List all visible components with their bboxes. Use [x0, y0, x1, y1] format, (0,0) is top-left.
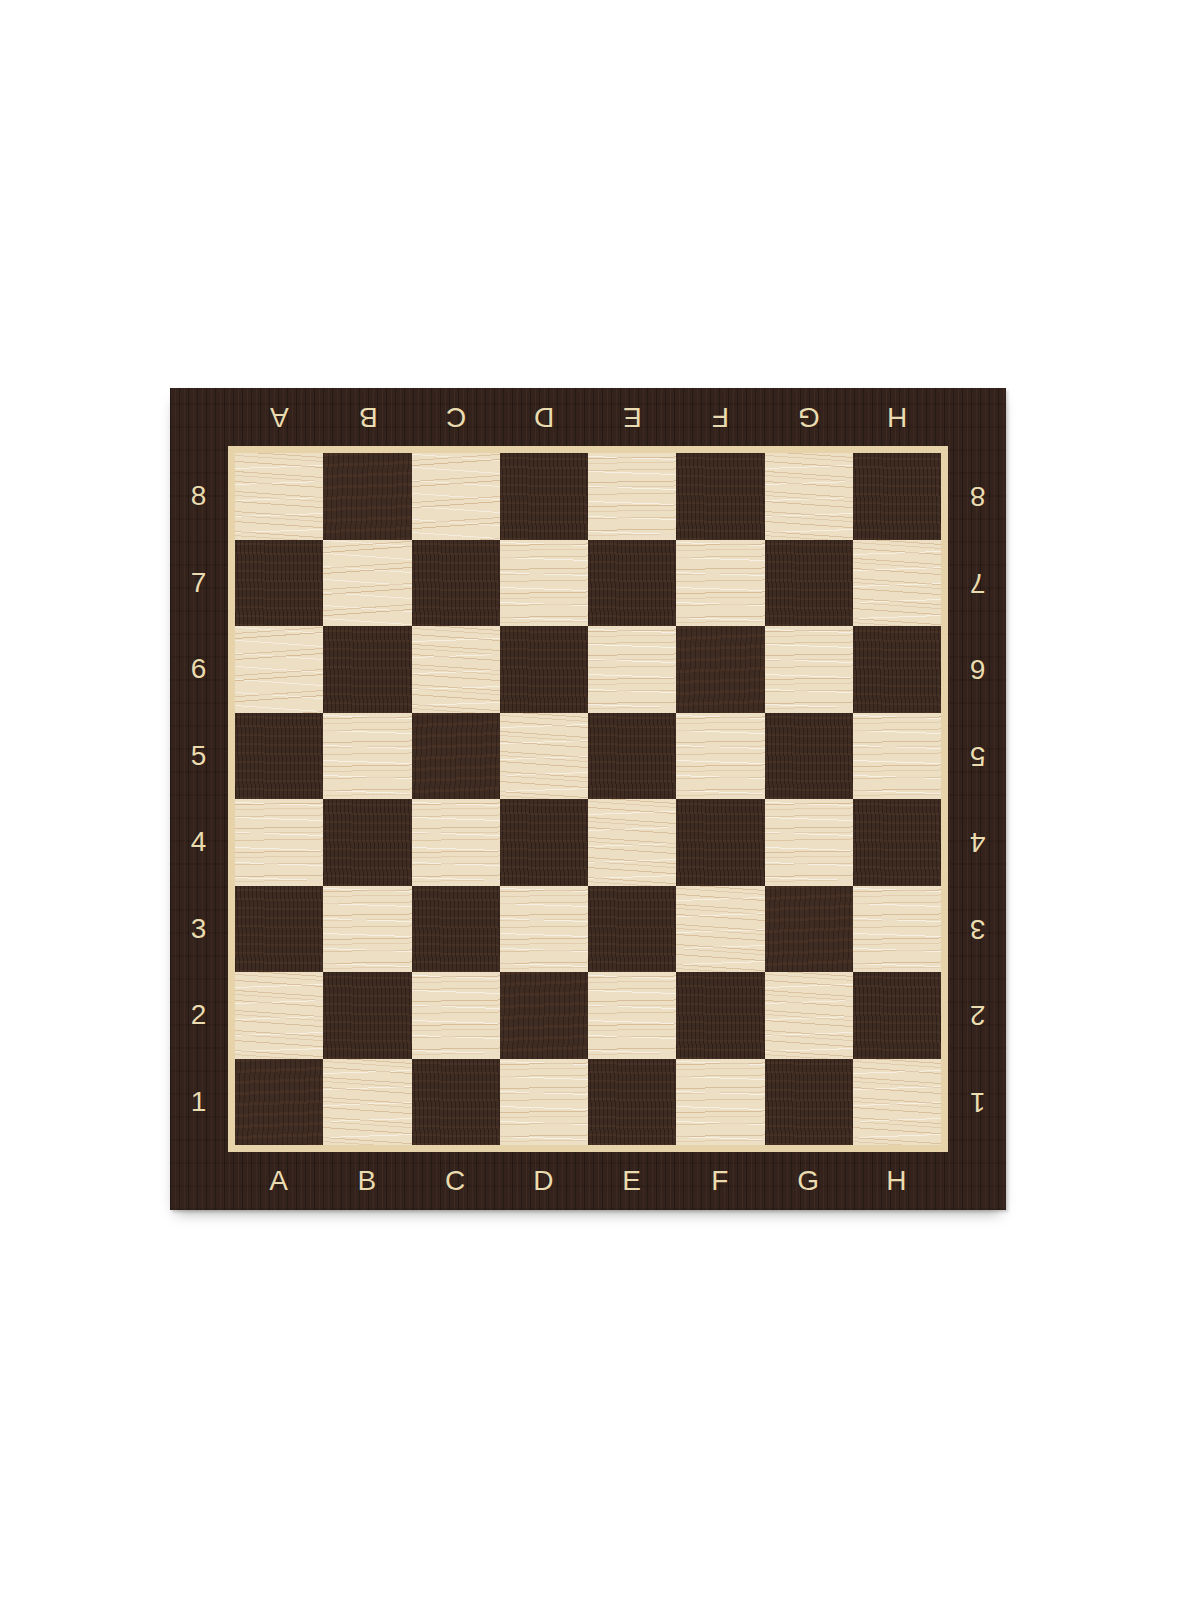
- rank-label-left-1: 1: [191, 1086, 208, 1118]
- file-label-bottom-c: C: [445, 1165, 466, 1197]
- file-label-top-d-cell: D: [500, 388, 588, 446]
- file-label-top-g-cell: G: [765, 388, 853, 446]
- square-h6: [853, 626, 941, 713]
- square-c1: [412, 1059, 500, 1146]
- rank-label-right-8-cell: 8: [948, 453, 1006, 540]
- chess-board: A B C D E F G H 8 7 6 5 4 3 2 1: [170, 388, 1006, 1210]
- square-a4: [235, 799, 323, 886]
- square-g3: [765, 886, 853, 973]
- rank-label-left-2: 2: [191, 999, 208, 1031]
- file-label-top-a: A: [269, 401, 289, 433]
- rank-label-right-6-cell: 6: [948, 626, 1006, 713]
- square-a5: [235, 713, 323, 800]
- square-e8: [588, 453, 676, 540]
- square-e6: [588, 626, 676, 713]
- file-label-top-b-cell: B: [323, 388, 411, 446]
- square-d4: [500, 799, 588, 886]
- square-c8: [412, 453, 500, 540]
- file-label-bottom-f-cell: F: [676, 1152, 764, 1210]
- square-g5: [765, 713, 853, 800]
- board-frame-right: 8 7 6 5 4 3 2 1: [948, 446, 1006, 1152]
- photo-background: A B C D E F G H 8 7 6 5 4 3 2 1: [0, 0, 1200, 1600]
- rank-label-left-1-cell: 1: [170, 1059, 228, 1146]
- file-label-top-f: F: [711, 401, 729, 433]
- square-h7: [853, 540, 941, 627]
- square-c6: [412, 626, 500, 713]
- file-label-bottom-g: G: [797, 1165, 820, 1197]
- square-e7: [588, 540, 676, 627]
- square-b1: [323, 1059, 411, 1146]
- file-label-bottom-f: F: [711, 1165, 729, 1197]
- square-f8: [676, 453, 764, 540]
- rank-label-right-2: 2: [969, 999, 986, 1031]
- file-label-bottom-a-cell: A: [235, 1152, 323, 1210]
- square-c7: [412, 540, 500, 627]
- file-label-top-h-cell: H: [853, 388, 941, 446]
- square-a1: [235, 1059, 323, 1146]
- rank-label-left-5-cell: 5: [170, 713, 228, 800]
- square-h2: [853, 972, 941, 1059]
- rank-label-left-7: 7: [191, 567, 208, 599]
- file-label-bottom-e-cell: E: [588, 1152, 676, 1210]
- square-g1: [765, 1059, 853, 1146]
- square-e3: [588, 886, 676, 973]
- rank-label-right-1-cell: 1: [948, 1059, 1006, 1146]
- square-d7: [500, 540, 588, 627]
- square-a7: [235, 540, 323, 627]
- rank-label-right-5-cell: 5: [948, 713, 1006, 800]
- square-h4: [853, 799, 941, 886]
- file-label-top-b: B: [358, 401, 378, 433]
- square-f4: [676, 799, 764, 886]
- square-d5: [500, 713, 588, 800]
- square-f6: [676, 626, 764, 713]
- rank-label-left-3-cell: 3: [170, 886, 228, 973]
- file-label-bottom-h-cell: H: [853, 1152, 941, 1210]
- file-label-bottom-c-cell: C: [412, 1152, 500, 1210]
- square-a3: [235, 886, 323, 973]
- rank-label-left-4-cell: 4: [170, 799, 228, 886]
- rank-label-left-8: 8: [191, 480, 208, 512]
- square-g7: [765, 540, 853, 627]
- rank-label-right-4: 4: [969, 826, 986, 858]
- square-h8: [853, 453, 941, 540]
- square-f7: [676, 540, 764, 627]
- file-label-top-c: C: [445, 401, 466, 433]
- square-h5: [853, 713, 941, 800]
- file-label-top-a-cell: A: [235, 388, 323, 446]
- rank-label-right-6: 6: [969, 653, 986, 685]
- rank-label-left-7-cell: 7: [170, 540, 228, 627]
- square-g4: [765, 799, 853, 886]
- square-c2: [412, 972, 500, 1059]
- square-f1: [676, 1059, 764, 1146]
- rank-label-left-5: 5: [191, 740, 208, 772]
- file-label-top-c-cell: C: [412, 388, 500, 446]
- square-d3: [500, 886, 588, 973]
- rank-label-right-1: 1: [969, 1086, 986, 1118]
- square-d1: [500, 1059, 588, 1146]
- square-c3: [412, 886, 500, 973]
- file-label-top-e-cell: E: [588, 388, 676, 446]
- rank-label-right-4-cell: 4: [948, 799, 1006, 886]
- square-g8: [765, 453, 853, 540]
- rank-label-left-3: 3: [191, 913, 208, 945]
- rank-label-left-4: 4: [191, 826, 208, 858]
- square-b8: [323, 453, 411, 540]
- file-label-top-h: H: [886, 401, 907, 433]
- square-f5: [676, 713, 764, 800]
- square-b4: [323, 799, 411, 886]
- file-label-bottom-a: A: [269, 1165, 289, 1197]
- rank-label-right-8: 8: [969, 480, 986, 512]
- square-a2: [235, 972, 323, 1059]
- rank-label-right-3: 3: [969, 913, 986, 945]
- file-label-bottom-b-cell: B: [323, 1152, 411, 1210]
- file-label-top-g: G: [797, 401, 820, 433]
- square-a6: [235, 626, 323, 713]
- file-label-bottom-b: B: [358, 1165, 378, 1197]
- board-frame-left: 8 7 6 5 4 3 2 1: [170, 446, 228, 1152]
- square-d6: [500, 626, 588, 713]
- square-c5: [412, 713, 500, 800]
- square-g6: [765, 626, 853, 713]
- file-label-bottom-g-cell: G: [765, 1152, 853, 1210]
- file-label-top-e: E: [622, 401, 642, 433]
- rank-label-left-6-cell: 6: [170, 626, 228, 713]
- file-label-top-f-cell: F: [676, 388, 764, 446]
- square-c4: [412, 799, 500, 886]
- file-label-bottom-d: D: [533, 1165, 554, 1197]
- rank-label-left-2-cell: 2: [170, 972, 228, 1059]
- square-b7: [323, 540, 411, 627]
- square-g2: [765, 972, 853, 1059]
- square-e2: [588, 972, 676, 1059]
- square-a8: [235, 453, 323, 540]
- board-squares: [228, 446, 948, 1152]
- rank-label-left-6: 6: [191, 653, 208, 685]
- board-frame-top: A B C D E F G H: [228, 388, 948, 446]
- file-label-bottom-e: E: [622, 1165, 642, 1197]
- square-d8: [500, 453, 588, 540]
- rank-label-right-7-cell: 7: [948, 540, 1006, 627]
- square-b3: [323, 886, 411, 973]
- square-h3: [853, 886, 941, 973]
- file-label-top-d: D: [533, 401, 554, 433]
- board-middle: 8 7 6 5 4 3 2 1 8 7 6 5 4 3 2 1: [170, 446, 1006, 1152]
- square-f3: [676, 886, 764, 973]
- rank-label-right-7: 7: [969, 567, 986, 599]
- square-b2: [323, 972, 411, 1059]
- square-e4: [588, 799, 676, 886]
- rank-label-right-2-cell: 2: [948, 972, 1006, 1059]
- file-label-bottom-d-cell: D: [500, 1152, 588, 1210]
- rank-label-left-8-cell: 8: [170, 453, 228, 540]
- square-b6: [323, 626, 411, 713]
- rank-label-right-3-cell: 3: [948, 886, 1006, 973]
- square-e1: [588, 1059, 676, 1146]
- square-b5: [323, 713, 411, 800]
- square-f2: [676, 972, 764, 1059]
- board-frame-bottom: A B C D E F G H: [228, 1152, 948, 1210]
- rank-label-right-5: 5: [969, 740, 986, 772]
- square-e5: [588, 713, 676, 800]
- square-h1: [853, 1059, 941, 1146]
- file-label-bottom-h: H: [886, 1165, 907, 1197]
- square-d2: [500, 972, 588, 1059]
